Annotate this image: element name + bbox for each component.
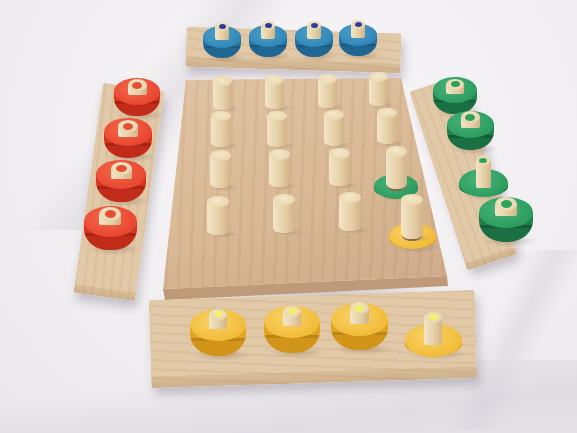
peg-top bbox=[269, 149, 290, 160]
color-dot bbox=[116, 165, 127, 172]
color-dot bbox=[465, 114, 475, 121]
peg-top bbox=[324, 110, 344, 120]
color-dot bbox=[354, 305, 364, 312]
peg-body bbox=[401, 199, 423, 239]
color-dot bbox=[355, 22, 362, 27]
peg-top bbox=[318, 74, 337, 84]
scene bbox=[0, 0, 577, 433]
color-dot bbox=[105, 210, 116, 218]
color-dot bbox=[132, 82, 142, 89]
peg-top bbox=[267, 111, 287, 121]
color-dot bbox=[501, 200, 512, 208]
color-dot bbox=[288, 308, 297, 314]
peg-top bbox=[386, 146, 407, 157]
color-dot bbox=[479, 158, 487, 163]
peg-top bbox=[339, 192, 361, 203]
color-dot bbox=[311, 23, 318, 28]
pieces-layer bbox=[0, 0, 577, 433]
peg-top bbox=[401, 194, 423, 205]
peg-top bbox=[377, 108, 397, 118]
peg-top bbox=[211, 111, 231, 121]
color-dot bbox=[214, 311, 223, 317]
color-dot bbox=[219, 24, 226, 29]
peg-top bbox=[213, 76, 232, 86]
peg-top bbox=[210, 150, 231, 161]
color-dot bbox=[265, 23, 272, 28]
peg-top bbox=[273, 194, 295, 205]
peg-top bbox=[265, 75, 284, 85]
color-dot bbox=[123, 123, 133, 130]
color-dot bbox=[429, 314, 438, 320]
peg-top bbox=[369, 72, 388, 82]
peg-top bbox=[207, 196, 229, 207]
peg-top bbox=[329, 148, 350, 159]
